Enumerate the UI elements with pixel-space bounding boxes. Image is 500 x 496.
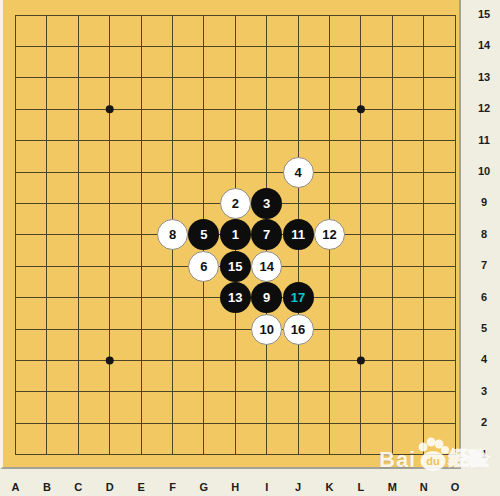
col-label-G: G bbox=[193, 481, 215, 493]
col-label-I: I bbox=[256, 481, 278, 493]
stone-white-16-J5: 16 bbox=[283, 314, 314, 345]
stone-white-6-G7: 6 bbox=[188, 251, 219, 282]
row-label-12: 12 bbox=[472, 102, 496, 114]
col-label-J: J bbox=[287, 481, 309, 493]
col-label-D: D bbox=[99, 481, 121, 493]
move-number: 17 bbox=[291, 291, 305, 304]
stone-black-7-I8: 7 bbox=[251, 219, 282, 250]
stones-layer: 1234567891011121314151617 bbox=[3, 0, 459, 467]
row-label-14: 14 bbox=[472, 39, 496, 51]
stone-white-2-H9: 2 bbox=[220, 188, 251, 219]
move-number: 14 bbox=[259, 260, 273, 273]
stone-white-12-K8: 12 bbox=[314, 219, 345, 250]
move-number: 13 bbox=[228, 291, 242, 304]
move-number: 16 bbox=[291, 323, 305, 336]
move-number: 6 bbox=[200, 260, 207, 273]
move-number: 15 bbox=[228, 260, 242, 273]
row-label-10: 10 bbox=[472, 165, 496, 177]
row-label-11: 11 bbox=[472, 134, 496, 146]
col-label-H: H bbox=[224, 481, 246, 493]
col-label-B: B bbox=[36, 481, 58, 493]
col-label-E: E bbox=[130, 481, 152, 493]
move-number: 7 bbox=[263, 228, 270, 241]
move-number: 5 bbox=[200, 228, 207, 241]
row-label-7: 7 bbox=[472, 259, 496, 271]
page: 1234567891011121314151617 ABCDEFGHIJKLMN… bbox=[0, 0, 500, 496]
col-label-A: A bbox=[5, 481, 27, 493]
move-number: 3 bbox=[263, 197, 270, 210]
move-number: 11 bbox=[291, 228, 305, 241]
row-label-1: 1 bbox=[472, 448, 496, 460]
col-label-L: L bbox=[350, 481, 372, 493]
move-number: 10 bbox=[259, 323, 273, 336]
row-label-15: 15 bbox=[472, 8, 496, 20]
col-label-M: M bbox=[381, 481, 403, 493]
row-label-4: 4 bbox=[472, 353, 496, 365]
row-label-8: 8 bbox=[472, 228, 496, 240]
go-board: 1234567891011121314151617 bbox=[0, 0, 461, 469]
row-label-9: 9 bbox=[472, 196, 496, 208]
col-label-K: K bbox=[319, 481, 341, 493]
stone-white-8-F8: 8 bbox=[157, 219, 188, 250]
stone-white-10-I5: 10 bbox=[251, 314, 282, 345]
move-number: 4 bbox=[294, 166, 301, 179]
row-label-13: 13 bbox=[472, 71, 496, 83]
move-number: 12 bbox=[322, 228, 336, 241]
stone-black-1-H8: 1 bbox=[220, 219, 251, 250]
move-number: 1 bbox=[232, 228, 239, 241]
stone-black-15-H7: 15 bbox=[220, 251, 251, 282]
row-label-3: 3 bbox=[472, 385, 496, 397]
stone-black-13-H6: 13 bbox=[220, 282, 251, 313]
col-label-F: F bbox=[162, 481, 184, 493]
stone-white-14-I7: 14 bbox=[251, 251, 282, 282]
move-number: 8 bbox=[169, 228, 176, 241]
stone-black-11-J8: 11 bbox=[283, 219, 314, 250]
col-label-C: C bbox=[67, 481, 89, 493]
move-number: 9 bbox=[263, 291, 270, 304]
row-label-2: 2 bbox=[472, 416, 496, 428]
row-label-5: 5 bbox=[472, 322, 496, 334]
stone-black-3-I9: 3 bbox=[251, 188, 282, 219]
move-number: 2 bbox=[232, 197, 239, 210]
col-label-O: O bbox=[444, 481, 466, 493]
row-label-6: 6 bbox=[472, 291, 496, 303]
stone-black-9-I6: 9 bbox=[251, 282, 282, 313]
stone-black-17-J6: 17 bbox=[283, 282, 314, 313]
stone-black-5-G8: 5 bbox=[188, 219, 219, 250]
stone-white-4-J10: 4 bbox=[283, 157, 314, 188]
col-label-N: N bbox=[413, 481, 435, 493]
